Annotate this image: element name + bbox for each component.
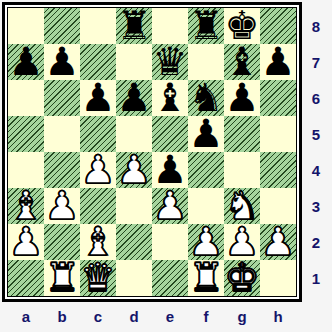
square-f1[interactable]: ♜	[188, 260, 224, 296]
square-e1[interactable]	[152, 260, 188, 296]
piece-white-pawn[interactable]: ♟	[80, 152, 116, 188]
board-frame: ♜♜♚♟♟♛♝♟♟♟♝♞♟♟♟♟♟♝♟♟♞♟♝♟♟♟♜♛♜♚	[2, 2, 302, 302]
square-c1[interactable]: ♛	[80, 260, 116, 296]
piece-black-pawn[interactable]: ♟	[188, 116, 224, 152]
square-f6[interactable]: ♞	[188, 80, 224, 116]
piece-white-pawn[interactable]: ♟	[116, 152, 152, 188]
square-a3[interactable]: ♝	[8, 188, 44, 224]
square-d8[interactable]: ♜	[116, 8, 152, 44]
rank-label-1: 1	[303, 260, 329, 296]
square-f3[interactable]	[188, 188, 224, 224]
piece-white-pawn[interactable]: ♟	[188, 224, 224, 260]
rank-label-7: 7	[303, 44, 329, 80]
square-e5[interactable]	[152, 116, 188, 152]
rank-label-5: 5	[303, 116, 329, 152]
square-a5[interactable]	[8, 116, 44, 152]
square-d6[interactable]: ♟	[116, 80, 152, 116]
rank-label-6: 6	[303, 80, 329, 116]
piece-white-queen[interactable]: ♛	[80, 260, 116, 296]
piece-white-pawn[interactable]: ♟	[260, 224, 296, 260]
piece-white-bishop[interactable]: ♝	[8, 188, 44, 224]
square-c5[interactable]	[80, 116, 116, 152]
square-c6[interactable]: ♟	[80, 80, 116, 116]
square-f7[interactable]	[188, 44, 224, 80]
square-a2[interactable]: ♟	[8, 224, 44, 260]
rank-label-3: 3	[303, 188, 329, 224]
square-c3[interactable]	[80, 188, 116, 224]
square-a4[interactable]	[8, 152, 44, 188]
square-f8[interactable]: ♜	[188, 8, 224, 44]
square-b6[interactable]	[44, 80, 80, 116]
piece-black-pawn[interactable]: ♟	[80, 80, 116, 116]
piece-black-bishop[interactable]: ♝	[224, 44, 260, 80]
piece-white-bishop[interactable]: ♝	[80, 224, 116, 260]
square-g1[interactable]: ♚	[224, 260, 260, 296]
square-g8[interactable]: ♚	[224, 8, 260, 44]
rank-label-2: 2	[303, 224, 329, 260]
piece-white-pawn[interactable]: ♟	[8, 224, 44, 260]
square-d2[interactable]	[116, 224, 152, 260]
square-h2[interactable]: ♟	[260, 224, 296, 260]
piece-black-pawn[interactable]: ♟	[260, 44, 296, 80]
file-label-b: b	[44, 303, 80, 329]
square-g6[interactable]: ♟	[224, 80, 260, 116]
square-h6[interactable]	[260, 80, 296, 116]
square-e8[interactable]	[152, 8, 188, 44]
file-label-d: d	[116, 303, 152, 329]
square-a6[interactable]	[8, 80, 44, 116]
square-c8[interactable]	[80, 8, 116, 44]
square-d7[interactable]	[116, 44, 152, 80]
file-label-e: e	[152, 303, 188, 329]
square-a7[interactable]: ♟	[8, 44, 44, 80]
piece-white-king[interactable]: ♚	[224, 260, 260, 296]
piece-black-pawn[interactable]: ♟	[116, 80, 152, 116]
square-b5[interactable]	[44, 116, 80, 152]
square-g3[interactable]: ♞	[224, 188, 260, 224]
piece-white-pawn[interactable]: ♟	[44, 188, 80, 224]
square-b2[interactable]	[44, 224, 80, 260]
square-e2[interactable]	[152, 224, 188, 260]
square-a1[interactable]	[8, 260, 44, 296]
square-b4[interactable]	[44, 152, 80, 188]
piece-white-rook[interactable]: ♜	[44, 260, 80, 296]
file-label-h: h	[260, 303, 296, 329]
square-b1[interactable]: ♜	[44, 260, 80, 296]
piece-black-rook[interactable]: ♜	[116, 8, 152, 44]
piece-black-pawn[interactable]: ♟	[152, 152, 188, 188]
square-c4[interactable]: ♟	[80, 152, 116, 188]
square-c2[interactable]: ♝	[80, 224, 116, 260]
piece-white-pawn[interactable]: ♟	[152, 188, 188, 224]
square-f5[interactable]: ♟	[188, 116, 224, 152]
piece-black-pawn[interactable]: ♟	[44, 44, 80, 80]
square-e7[interactable]: ♛	[152, 44, 188, 80]
chess-diagram: ♜♜♚♟♟♛♝♟♟♟♝♞♟♟♟♟♟♝♟♟♞♟♝♟♟♟♜♛♜♚ 87654321 …	[0, 0, 332, 332]
piece-black-pawn[interactable]: ♟	[8, 44, 44, 80]
file-label-f: f	[188, 303, 224, 329]
square-h5[interactable]	[260, 116, 296, 152]
square-e3[interactable]: ♟	[152, 188, 188, 224]
square-b8[interactable]	[44, 8, 80, 44]
chess-board: ♜♜♚♟♟♛♝♟♟♟♝♞♟♟♟♟♟♝♟♟♞♟♝♟♟♟♜♛♜♚	[7, 7, 297, 297]
piece-black-queen[interactable]: ♛	[152, 44, 188, 80]
piece-black-pawn[interactable]: ♟	[224, 80, 260, 116]
square-b7[interactable]: ♟	[44, 44, 80, 80]
square-d4[interactable]: ♟	[116, 152, 152, 188]
rank-label-4: 4	[303, 152, 329, 188]
file-labels: abcdefgh	[8, 303, 296, 329]
square-f4[interactable]	[188, 152, 224, 188]
piece-black-rook[interactable]: ♜	[188, 8, 224, 44]
piece-white-knight[interactable]: ♞	[224, 188, 260, 224]
square-h3[interactable]	[260, 188, 296, 224]
square-h8[interactable]	[260, 8, 296, 44]
file-label-a: a	[8, 303, 44, 329]
square-g4[interactable]	[224, 152, 260, 188]
square-e4[interactable]: ♟	[152, 152, 188, 188]
square-h4[interactable]	[260, 152, 296, 188]
piece-black-bishop[interactable]: ♝	[152, 80, 188, 116]
piece-white-pawn[interactable]: ♟	[224, 224, 260, 260]
square-f2[interactable]: ♟	[188, 224, 224, 260]
square-e6[interactable]: ♝	[152, 80, 188, 116]
square-g2[interactable]: ♟	[224, 224, 260, 260]
square-a8[interactable]	[8, 8, 44, 44]
square-b3[interactable]: ♟	[44, 188, 80, 224]
rank-label-8: 8	[303, 8, 329, 44]
square-c7[interactable]	[80, 44, 116, 80]
square-g7[interactable]: ♝	[224, 44, 260, 80]
rank-labels: 87654321	[303, 8, 329, 296]
square-h1[interactable]	[260, 260, 296, 296]
square-g5[interactable]	[224, 116, 260, 152]
square-d3[interactable]	[116, 188, 152, 224]
square-d1[interactable]	[116, 260, 152, 296]
piece-white-rook[interactable]: ♜	[188, 260, 224, 296]
piece-black-knight[interactable]: ♞	[188, 80, 224, 116]
piece-black-king[interactable]: ♚	[224, 8, 260, 44]
square-h7[interactable]: ♟	[260, 44, 296, 80]
file-label-g: g	[224, 303, 260, 329]
square-d5[interactable]	[116, 116, 152, 152]
file-label-c: c	[80, 303, 116, 329]
